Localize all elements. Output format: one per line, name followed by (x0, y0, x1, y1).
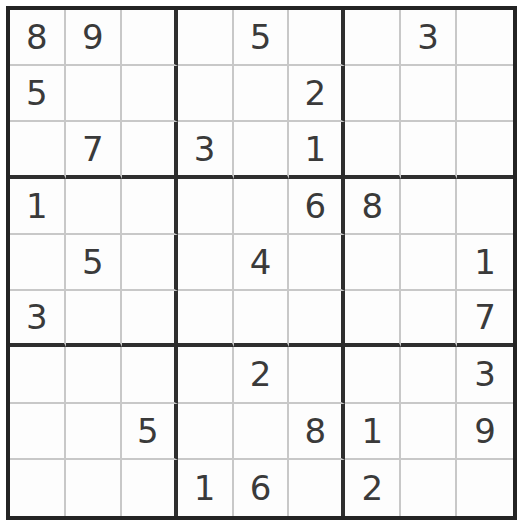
cell-empty-r7c6[interactable] (289, 347, 345, 403)
sudoku-page: 89535273116854137235819162 (0, 0, 523, 526)
cell-given-r6c1[interactable]: 3 (10, 291, 66, 347)
cell-empty-r9c9[interactable] (457, 460, 513, 516)
cell-empty-r6c3[interactable] (122, 291, 178, 347)
cell-given-r1c8[interactable]: 3 (401, 10, 457, 66)
cell-empty-r4c9[interactable] (457, 179, 513, 235)
cell-empty-r7c3[interactable] (122, 347, 178, 403)
cell-empty-r5c6[interactable] (289, 235, 345, 291)
cell-empty-r3c7[interactable] (345, 122, 401, 178)
cell-given-r2c6[interactable]: 2 (289, 66, 345, 122)
cell-empty-r3c9[interactable] (457, 122, 513, 178)
cell-empty-r2c5[interactable] (234, 66, 290, 122)
cell-empty-r6c8[interactable] (401, 291, 457, 347)
cell-empty-r7c1[interactable] (10, 347, 66, 403)
cell-empty-r6c7[interactable] (345, 291, 401, 347)
cell-empty-r4c5[interactable] (234, 179, 290, 235)
cell-given-r9c5[interactable]: 6 (234, 460, 290, 516)
cell-given-r7c9[interactable]: 3 (457, 347, 513, 403)
cell-given-r7c5[interactable]: 2 (234, 347, 290, 403)
cell-empty-r1c3[interactable] (122, 10, 178, 66)
cell-empty-r8c8[interactable] (401, 404, 457, 460)
cell-empty-r5c7[interactable] (345, 235, 401, 291)
cell-given-r8c9[interactable]: 9 (457, 404, 513, 460)
cell-given-r9c4[interactable]: 1 (178, 460, 234, 516)
cell-given-r4c7[interactable]: 8 (345, 179, 401, 235)
cell-empty-r8c2[interactable] (66, 404, 122, 460)
cell-given-r5c5[interactable]: 4 (234, 235, 290, 291)
cell-given-r8c3[interactable]: 5 (122, 404, 178, 460)
cell-empty-r5c8[interactable] (401, 235, 457, 291)
cell-empty-r2c8[interactable] (401, 66, 457, 122)
cell-empty-r5c3[interactable] (122, 235, 178, 291)
cell-given-r2c1[interactable]: 5 (10, 66, 66, 122)
cell-empty-r6c4[interactable] (178, 291, 234, 347)
cell-given-r4c6[interactable]: 6 (289, 179, 345, 235)
cell-empty-r8c4[interactable] (178, 404, 234, 460)
cell-empty-r2c4[interactable] (178, 66, 234, 122)
cell-empty-r4c2[interactable] (66, 179, 122, 235)
cell-empty-r3c8[interactable] (401, 122, 457, 178)
cell-empty-r7c2[interactable] (66, 347, 122, 403)
cell-given-r3c4[interactable]: 3 (178, 122, 234, 178)
cell-empty-r9c2[interactable] (66, 460, 122, 516)
cell-given-r3c6[interactable]: 1 (289, 122, 345, 178)
cell-empty-r9c6[interactable] (289, 460, 345, 516)
cell-empty-r7c7[interactable] (345, 347, 401, 403)
cell-empty-r1c7[interactable] (345, 10, 401, 66)
cell-empty-r4c3[interactable] (122, 179, 178, 235)
cell-given-r6c9[interactable]: 7 (457, 291, 513, 347)
cell-given-r1c1[interactable]: 8 (10, 10, 66, 66)
cell-empty-r9c3[interactable] (122, 460, 178, 516)
cell-empty-r1c6[interactable] (289, 10, 345, 66)
cell-given-r3c2[interactable]: 7 (66, 122, 122, 178)
cell-given-r1c5[interactable]: 5 (234, 10, 290, 66)
cell-empty-r4c4[interactable] (178, 179, 234, 235)
cell-empty-r5c4[interactable] (178, 235, 234, 291)
cell-empty-r1c4[interactable] (178, 10, 234, 66)
cell-empty-r3c5[interactable] (234, 122, 290, 178)
cell-empty-r6c2[interactable] (66, 291, 122, 347)
cell-empty-r6c6[interactable] (289, 291, 345, 347)
cell-empty-r3c3[interactable] (122, 122, 178, 178)
cell-given-r9c7[interactable]: 2 (345, 460, 401, 516)
cell-empty-r3c1[interactable] (10, 122, 66, 178)
cell-empty-r2c9[interactable] (457, 66, 513, 122)
cell-empty-r2c2[interactable] (66, 66, 122, 122)
sudoku-board: 89535273116854137235819162 (6, 6, 517, 520)
cell-empty-r4c8[interactable] (401, 179, 457, 235)
cell-empty-r2c3[interactable] (122, 66, 178, 122)
cell-empty-r5c1[interactable] (10, 235, 66, 291)
cell-empty-r1c9[interactable] (457, 10, 513, 66)
cell-given-r8c7[interactable]: 1 (345, 404, 401, 460)
cell-empty-r6c5[interactable] (234, 291, 290, 347)
cell-empty-r9c8[interactable] (401, 460, 457, 516)
cell-given-r5c9[interactable]: 1 (457, 235, 513, 291)
cell-empty-r7c4[interactable] (178, 347, 234, 403)
cell-empty-r7c8[interactable] (401, 347, 457, 403)
cell-given-r4c1[interactable]: 1 (10, 179, 66, 235)
cell-empty-r2c7[interactable] (345, 66, 401, 122)
cell-empty-r8c1[interactable] (10, 404, 66, 460)
cell-given-r8c6[interactable]: 8 (289, 404, 345, 460)
cell-empty-r8c5[interactable] (234, 404, 290, 460)
cell-given-r5c2[interactable]: 5 (66, 235, 122, 291)
cell-given-r1c2[interactable]: 9 (66, 10, 122, 66)
cell-empty-r9c1[interactable] (10, 460, 66, 516)
